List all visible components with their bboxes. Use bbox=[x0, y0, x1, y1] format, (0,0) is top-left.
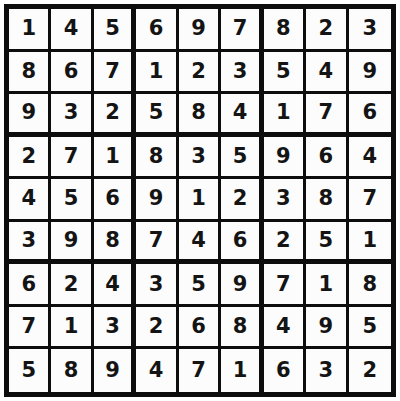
sudoku-cell-r2c3[interactable]: 7 bbox=[94, 52, 136, 95]
sudoku-cell-r8c8[interactable]: 9 bbox=[306, 307, 348, 350]
sudoku-cell-r3c3[interactable]: 2 bbox=[94, 94, 136, 137]
sudoku-cell-r5c3[interactable]: 6 bbox=[94, 179, 136, 222]
sudoku-cell-r5c2[interactable]: 5 bbox=[51, 179, 93, 222]
sudoku-cell-r7c5[interactable]: 5 bbox=[179, 264, 221, 307]
sudoku-cell-r9c4[interactable]: 4 bbox=[136, 349, 178, 392]
sudoku-cell-r3c8[interactable]: 7 bbox=[306, 94, 348, 137]
sudoku-cell-r1c4[interactable]: 6 bbox=[136, 9, 178, 52]
sudoku-cell-r9c5[interactable]: 7 bbox=[179, 349, 221, 392]
sudoku-cell-r6c1[interactable]: 3 bbox=[9, 222, 51, 265]
sudoku-cell-r7c1[interactable]: 6 bbox=[9, 264, 51, 307]
sudoku-cell-r8c1[interactable]: 7 bbox=[9, 307, 51, 350]
sudoku-cell-r9c8[interactable]: 3 bbox=[306, 349, 348, 392]
sudoku-cell-r3c5[interactable]: 8 bbox=[179, 94, 221, 137]
sudoku-cell-r1c6[interactable]: 7 bbox=[221, 9, 263, 52]
sudoku-cell-r1c5[interactable]: 9 bbox=[179, 9, 221, 52]
sudoku-cell-r7c2[interactable]: 2 bbox=[51, 264, 93, 307]
sudoku-cell-r6c9[interactable]: 1 bbox=[349, 222, 391, 265]
sudoku-cell-r2c1[interactable]: 8 bbox=[9, 52, 51, 95]
sudoku-cell-r6c5[interactable]: 4 bbox=[179, 222, 221, 265]
sudoku-cell-r3c2[interactable]: 3 bbox=[51, 94, 93, 137]
sudoku-cell-r8c4[interactable]: 2 bbox=[136, 307, 178, 350]
sudoku-cell-r5c8[interactable]: 8 bbox=[306, 179, 348, 222]
sudoku-cell-r2c2[interactable]: 6 bbox=[51, 52, 93, 95]
sudoku-cell-r4c5[interactable]: 3 bbox=[179, 137, 221, 180]
sudoku-cell-r6c8[interactable]: 5 bbox=[306, 222, 348, 265]
sudoku-cell-r8c7[interactable]: 4 bbox=[264, 307, 306, 350]
sudoku-cell-r8c5[interactable]: 6 bbox=[179, 307, 221, 350]
sudoku-cell-r3c1[interactable]: 9 bbox=[9, 94, 51, 137]
sudoku-cell-r6c2[interactable]: 9 bbox=[51, 222, 93, 265]
sudoku-cell-r5c9[interactable]: 7 bbox=[349, 179, 391, 222]
sudoku-cell-r5c7[interactable]: 3 bbox=[264, 179, 306, 222]
sudoku-cell-r7c3[interactable]: 4 bbox=[94, 264, 136, 307]
sudoku-cell-r2c8[interactable]: 4 bbox=[306, 52, 348, 95]
sudoku-board: 1456978238671235499325841762718359644569… bbox=[4, 4, 396, 397]
sudoku-cell-r5c5[interactable]: 1 bbox=[179, 179, 221, 222]
sudoku-cell-r7c4[interactable]: 3 bbox=[136, 264, 178, 307]
sudoku-cell-r1c9[interactable]: 3 bbox=[349, 9, 391, 52]
sudoku-cell-r1c7[interactable]: 8 bbox=[264, 9, 306, 52]
sudoku-cell-r8c3[interactable]: 3 bbox=[94, 307, 136, 350]
sudoku-cell-r2c5[interactable]: 2 bbox=[179, 52, 221, 95]
sudoku-cell-r7c8[interactable]: 1 bbox=[306, 264, 348, 307]
sudoku-cell-r4c2[interactable]: 7 bbox=[51, 137, 93, 180]
sudoku-cell-r3c4[interactable]: 5 bbox=[136, 94, 178, 137]
sudoku-cell-r6c4[interactable]: 7 bbox=[136, 222, 178, 265]
sudoku-cell-r2c4[interactable]: 1 bbox=[136, 52, 178, 95]
sudoku-cell-r5c1[interactable]: 4 bbox=[9, 179, 51, 222]
sudoku-cell-r2c6[interactable]: 3 bbox=[221, 52, 263, 95]
sudoku-cell-r5c6[interactable]: 2 bbox=[221, 179, 263, 222]
sudoku-cell-r2c7[interactable]: 5 bbox=[264, 52, 306, 95]
sudoku-cell-r5c4[interactable]: 9 bbox=[136, 179, 178, 222]
sudoku-cell-r4c8[interactable]: 6 bbox=[306, 137, 348, 180]
sudoku-cell-r9c3[interactable]: 9 bbox=[94, 349, 136, 392]
sudoku-cell-r3c9[interactable]: 6 bbox=[349, 94, 391, 137]
sudoku-cell-r9c6[interactable]: 1 bbox=[221, 349, 263, 392]
sudoku-cell-r1c2[interactable]: 4 bbox=[51, 9, 93, 52]
sudoku-cell-r4c6[interactable]: 5 bbox=[221, 137, 263, 180]
sudoku-cell-r2c9[interactable]: 9 bbox=[349, 52, 391, 95]
sudoku-cell-r8c9[interactable]: 5 bbox=[349, 307, 391, 350]
sudoku-cell-r9c9[interactable]: 2 bbox=[349, 349, 391, 392]
sudoku-cell-r6c7[interactable]: 2 bbox=[264, 222, 306, 265]
sudoku-cell-r1c3[interactable]: 5 bbox=[94, 9, 136, 52]
sudoku-cell-r1c1[interactable]: 1 bbox=[9, 9, 51, 52]
sudoku-cell-r1c8[interactable]: 2 bbox=[306, 9, 348, 52]
sudoku-cell-r3c6[interactable]: 4 bbox=[221, 94, 263, 137]
sudoku-cell-r4c3[interactable]: 1 bbox=[94, 137, 136, 180]
sudoku-cell-r9c1[interactable]: 5 bbox=[9, 349, 51, 392]
sudoku-board-wrapper: 1456978238671235499325841762718359644569… bbox=[0, 0, 400, 401]
sudoku-cell-r6c6[interactable]: 6 bbox=[221, 222, 263, 265]
sudoku-cell-r7c9[interactable]: 8 bbox=[349, 264, 391, 307]
sudoku-cell-r9c7[interactable]: 6 bbox=[264, 349, 306, 392]
sudoku-cell-r6c3[interactable]: 8 bbox=[94, 222, 136, 265]
sudoku-cell-r7c7[interactable]: 7 bbox=[264, 264, 306, 307]
sudoku-cell-r8c6[interactable]: 8 bbox=[221, 307, 263, 350]
sudoku-cell-r8c2[interactable]: 1 bbox=[51, 307, 93, 350]
sudoku-cell-r4c9[interactable]: 4 bbox=[349, 137, 391, 180]
sudoku-cell-r7c6[interactable]: 9 bbox=[221, 264, 263, 307]
sudoku-cell-r3c7[interactable]: 1 bbox=[264, 94, 306, 137]
sudoku-cell-r9c2[interactable]: 8 bbox=[51, 349, 93, 392]
sudoku-cell-r4c4[interactable]: 8 bbox=[136, 137, 178, 180]
sudoku-cell-r4c1[interactable]: 2 bbox=[9, 137, 51, 180]
sudoku-cell-r4c7[interactable]: 9 bbox=[264, 137, 306, 180]
